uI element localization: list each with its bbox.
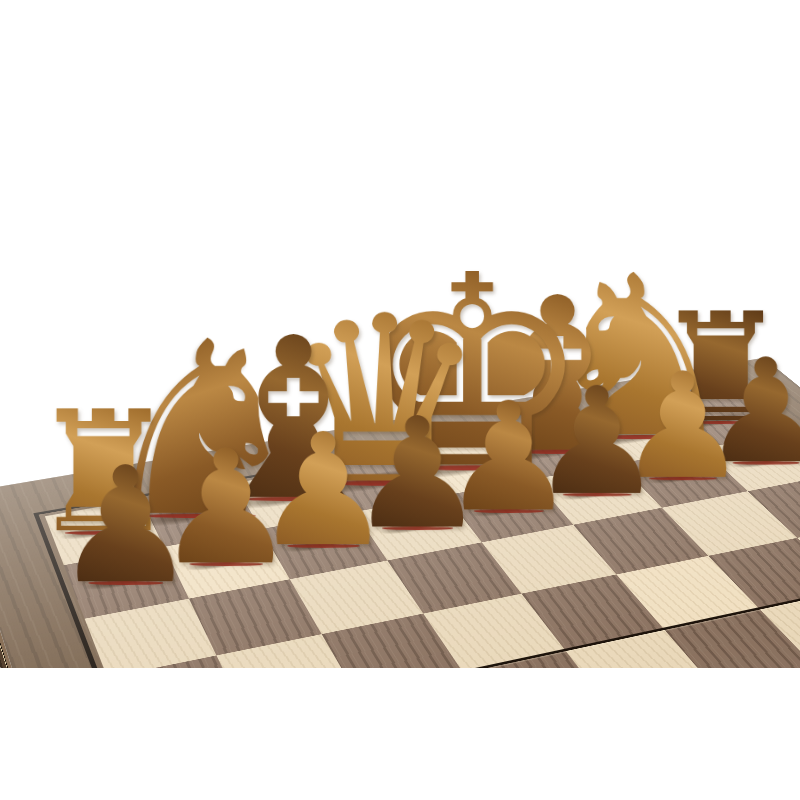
chess-board: ♜♞♝♛♚♝♞♜♟♟♟♟♟♟♟♟ xyxy=(0,358,800,668)
product-photo-scene: ♜♞♝♛♚♝♞♜♟♟♟♟♟♟♟♟ rnbqkbnr/pppppppp/8/8/8… xyxy=(0,0,800,800)
photo-crop: ♜♞♝♛♚♝♞♜♟♟♟♟♟♟♟♟ xyxy=(0,0,800,668)
perspective-stage: ♜♞♝♛♚♝♞♜♟♟♟♟♟♟♟♟ xyxy=(0,0,800,668)
